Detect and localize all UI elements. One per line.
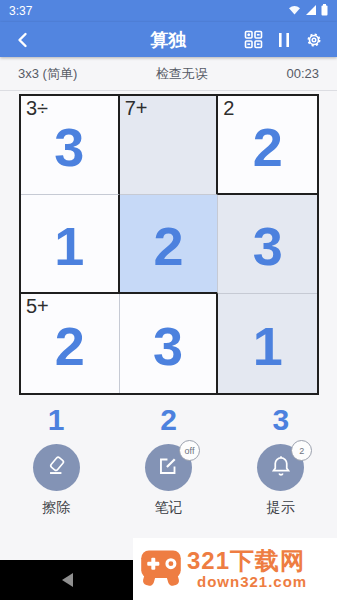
- back-button[interactable]: [14, 31, 32, 49]
- nav-back-button[interactable]: [62, 573, 73, 587]
- hint-count-badge: 2: [291, 440, 312, 461]
- erase-label: 擦除: [42, 499, 70, 517]
- cell-value: 2: [120, 195, 218, 292]
- eraser-icon: [43, 453, 69, 483]
- number-pad: 1 2 3: [0, 400, 337, 440]
- cell-r0c0[interactable]: 3÷ 3: [21, 96, 120, 195]
- hint-button[interactable]: 2 提示: [225, 444, 337, 517]
- number-button-2[interactable]: 2: [112, 400, 224, 440]
- notes-label: 笔记: [154, 499, 182, 517]
- notes-off-badge: off: [179, 440, 200, 461]
- cell-r2c2[interactable]: 1: [218, 294, 317, 393]
- cell-r2c1[interactable]: 3: [120, 294, 219, 393]
- cell-r1c0[interactable]: 1: [21, 195, 120, 294]
- timer: 00:23: [286, 66, 319, 81]
- check-status-label: 检查无误: [156, 65, 208, 83]
- app-bar: 算独: [0, 22, 337, 57]
- sub-header: 3x3 (简单) 检查无误 00:23: [0, 57, 337, 91]
- cell-r2c0[interactable]: 5+ 2: [21, 294, 120, 393]
- cellular-signal-icon: [305, 4, 317, 19]
- difficulty-label: 3x3 (简单): [18, 65, 77, 83]
- cell-r0c2[interactable]: 2 2: [218, 96, 317, 195]
- cage-clue: 3÷: [26, 97, 48, 120]
- cell-r1c2[interactable]: 3: [218, 195, 317, 294]
- gamepad-icon: [139, 545, 183, 593]
- new-puzzle-grid-icon[interactable]: [244, 30, 263, 49]
- bell-icon: [268, 453, 294, 483]
- tool-bar: 擦除 off 笔记 2 提示: [0, 444, 337, 517]
- cell-value: 3: [120, 294, 217, 393]
- watermark-title: 321下载网: [187, 548, 307, 574]
- status-bar: 3:37: [0, 0, 337, 22]
- number-button-1[interactable]: 1: [0, 400, 112, 440]
- hint-label: 提示: [267, 499, 295, 517]
- watermark-ad: 321下载网 down321.com: [133, 538, 337, 600]
- notes-button[interactable]: off 笔记: [112, 444, 224, 517]
- cell-r1c1[interactable]: 2: [120, 195, 219, 294]
- clock: 3:37: [9, 4, 32, 18]
- wifi-icon: [288, 4, 301, 19]
- number-button-3[interactable]: 3: [225, 400, 337, 440]
- cell-value: 3: [218, 195, 317, 293]
- cell-value: 1: [218, 294, 317, 393]
- cage-clue: 2: [223, 97, 234, 120]
- kenken-board: 3÷ 3 7+ 2 2 1 2 3 5+ 2 3 1: [19, 94, 319, 395]
- cell-value: 1: [21, 195, 118, 292]
- battery-icon: [321, 4, 328, 19]
- pause-icon[interactable]: [277, 32, 291, 48]
- cage-clue: 5+: [26, 295, 49, 318]
- watermark-url: down321.com: [187, 574, 307, 590]
- notes-icon: [155, 453, 181, 483]
- cage-clue: 7+: [125, 97, 148, 120]
- erase-button[interactable]: 擦除: [0, 444, 112, 517]
- cell-r0c1[interactable]: 7+: [120, 96, 219, 195]
- settings-gear-icon[interactable]: [305, 31, 323, 49]
